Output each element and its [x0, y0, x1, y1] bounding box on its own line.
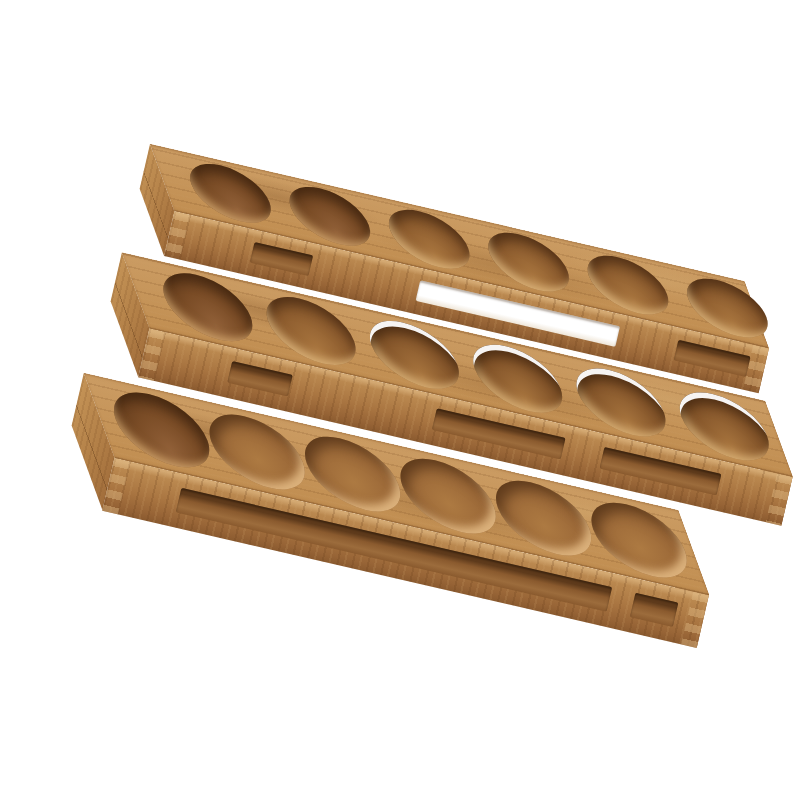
bottle-rack: [53, 144, 800, 736]
front-slot: [630, 593, 678, 627]
photo-caption: Three-tier bamboo wood essential oil bot…: [40, 16, 41, 17]
product-photo: Three-tier bamboo wood essential oil bot…: [40, 16, 800, 800]
front-slot: [227, 361, 292, 396]
finger-joint: [766, 473, 793, 525]
front-slot: [674, 340, 751, 377]
finger-joint: [681, 592, 709, 648]
front-slot: [250, 242, 313, 276]
